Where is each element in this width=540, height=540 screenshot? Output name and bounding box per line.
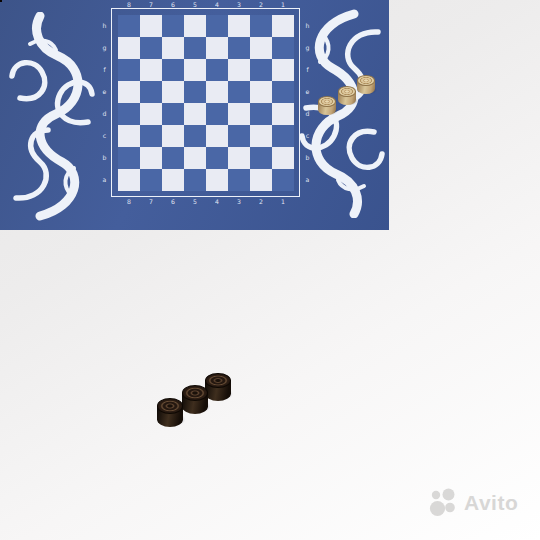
rank-label: 4 [215, 1, 219, 7]
avito-watermark: Avito [429, 488, 518, 518]
square-g2 [250, 37, 272, 59]
square-g1 [272, 37, 294, 59]
rank-label: 4 [215, 198, 219, 204]
rank-label: 2 [259, 1, 263, 7]
square-f8 [118, 59, 140, 81]
file-label: f [306, 67, 308, 73]
square-g6 [162, 37, 184, 59]
rank-label: 1 [281, 1, 285, 7]
square-e5 [184, 81, 206, 103]
knot-ornament-icon [8, 12, 96, 222]
square-f5 [184, 59, 206, 81]
square-c2 [250, 125, 272, 147]
square-c1 [272, 125, 294, 147]
square-h1 [272, 15, 294, 37]
square-f3 [228, 59, 250, 81]
square-f4 [206, 59, 228, 81]
square-b7 [140, 147, 162, 169]
square-g8 [118, 37, 140, 59]
square-b1 [272, 147, 294, 169]
square-e8 [118, 81, 140, 103]
square-h3 [228, 15, 250, 37]
file-label: h [103, 23, 107, 29]
square-e2 [250, 81, 272, 103]
file-label: c [103, 133, 106, 139]
square-b5 [184, 147, 206, 169]
square-d2 [250, 103, 272, 125]
file-label: b [306, 155, 310, 161]
square-h5 [184, 15, 206, 37]
file-label: a [103, 177, 107, 183]
square-d4 [206, 103, 228, 125]
square-c3 [228, 125, 250, 147]
square-f7 [140, 59, 162, 81]
file-label: d [103, 111, 107, 117]
square-e4 [206, 81, 228, 103]
file-label: e [103, 89, 107, 95]
rank-label: 7 [149, 198, 153, 204]
square-h8 [118, 15, 140, 37]
square-e3 [228, 81, 250, 103]
square-g4 [206, 37, 228, 59]
avito-logo-icon [429, 488, 459, 518]
file-label: b [103, 155, 107, 161]
square-b6 [162, 147, 184, 169]
avito-watermark-text: Avito [464, 491, 518, 515]
square-d6 [162, 103, 184, 125]
file-label: g [306, 45, 310, 51]
rank-label: 6 [171, 1, 175, 7]
board-face: 8877665544332211hhggffeeddccbbaa [0, 0, 389, 230]
square-h4 [206, 15, 228, 37]
rank-label: 8 [127, 1, 131, 7]
file-label: h [306, 23, 310, 29]
square-c4 [206, 125, 228, 147]
file-label: d [306, 111, 310, 117]
rank-label: 3 [237, 198, 241, 204]
square-a6 [162, 169, 184, 191]
square-a2 [250, 169, 272, 191]
square-c5 [184, 125, 206, 147]
square-a8 [118, 169, 140, 191]
rank-label: 8 [127, 198, 131, 204]
product-photo: 8877665544332211hhggffeeddccbbaa Avito [0, 0, 540, 540]
square-c7 [140, 125, 162, 147]
square-d1 [272, 103, 294, 125]
square-c6 [162, 125, 184, 147]
file-label: c [306, 133, 309, 139]
square-b3 [228, 147, 250, 169]
square-d3 [228, 103, 250, 125]
square-d7 [140, 103, 162, 125]
file-label: a [306, 177, 310, 183]
square-a1 [272, 169, 294, 191]
square-b2 [250, 147, 272, 169]
rank-label: 6 [171, 198, 175, 204]
square-h7 [140, 15, 162, 37]
square-f1 [272, 59, 294, 81]
file-label: g [103, 45, 107, 51]
square-d5 [184, 103, 206, 125]
square-c8 [118, 125, 140, 147]
square-f6 [162, 59, 184, 81]
rank-label: 5 [193, 198, 197, 204]
file-label: e [306, 89, 310, 95]
rank-label: 7 [149, 1, 153, 7]
file-label: f [103, 67, 105, 73]
square-g7 [140, 37, 162, 59]
rank-label: 3 [237, 1, 241, 7]
square-b4 [206, 147, 228, 169]
rank-label: 2 [259, 198, 263, 204]
checkerboard [118, 15, 294, 191]
square-a5 [184, 169, 206, 191]
square-a3 [228, 169, 250, 191]
square-e7 [140, 81, 162, 103]
square-b8 [118, 147, 140, 169]
square-g5 [184, 37, 206, 59]
square-a4 [206, 169, 228, 191]
square-d8 [118, 103, 140, 125]
square-h2 [250, 15, 272, 37]
square-h6 [162, 15, 184, 37]
square-e6 [162, 81, 184, 103]
square-a7 [140, 169, 162, 191]
square-e1 [272, 81, 294, 103]
square-g3 [228, 37, 250, 59]
square-f2 [250, 59, 272, 81]
rank-label: 1 [281, 198, 285, 204]
rank-label: 5 [193, 1, 197, 7]
knot-ornament-icon [298, 8, 386, 218]
